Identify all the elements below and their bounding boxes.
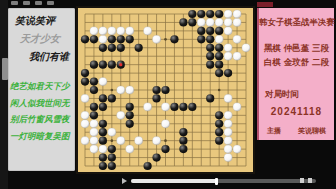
host-row: 主播 笑说聊棋 xyxy=(259,126,334,136)
host-name: 笑说聊棋 xyxy=(298,126,326,136)
broadcast-screen: { "game": "go", "left_panel": { "title1"… xyxy=(0,0,336,189)
poem-line: 闲人似我世间无 xyxy=(10,95,75,112)
window-title-fragment xyxy=(257,2,273,7)
black-label: 黑棋 xyxy=(264,41,281,55)
event-title: 韩女子棋圣战半决赛 xyxy=(259,17,334,28)
white-label: 白棋 xyxy=(264,55,281,69)
poem-line: 绝艺如君天下少 xyxy=(10,78,75,95)
black-player-rank: 三段 xyxy=(312,41,329,55)
game-time-label: 对局时间 xyxy=(265,89,334,101)
channel-subtitle-2: 我们有谁 xyxy=(29,51,75,63)
channel-subtitle-1: 天才少女 xyxy=(20,33,75,45)
game-date: 20241118 xyxy=(259,106,334,117)
poem-line: 别后竹窗风雪夜 xyxy=(10,111,75,128)
toolbar-icon[interactable] xyxy=(11,1,18,5)
poem-line: 一灯明暗复吴图 xyxy=(10,128,75,145)
host-label: 主播 xyxy=(267,126,281,136)
white-player-rank: 二段 xyxy=(312,55,329,69)
white-player-row: 白棋 金玟舒 二段 xyxy=(259,55,334,69)
board-svg xyxy=(78,8,253,172)
black-player-name: 仲邑堇 xyxy=(284,41,310,55)
toolbar-icon[interactable] xyxy=(35,1,42,5)
go-board[interactable] xyxy=(76,6,255,174)
white-player-name: 金玟舒 xyxy=(284,55,310,69)
mini-toolbar xyxy=(11,1,54,6)
video-seekbar-fill xyxy=(131,179,217,183)
poem-block: 绝艺如君天下少 闲人似我世间无 别后竹窗风雪夜 一灯明暗复吴图 xyxy=(8,78,75,144)
black-player-row: 黑棋 仲邑堇 三段 xyxy=(259,41,334,55)
play-icon[interactable] xyxy=(122,178,127,184)
channel-title: 笑说笑评 xyxy=(15,15,75,27)
commentary-panel: 笑说笑评 天才少女 我们有谁 绝艺如君天下少 闲人似我世间无 别后竹窗风雪夜 一… xyxy=(8,8,75,171)
left-edge-strip xyxy=(0,0,8,189)
players-block: 黑棋 仲邑堇 三段 白棋 金玟舒 二段 xyxy=(259,41,334,69)
toolbar-icon[interactable] xyxy=(47,1,54,5)
video-control-icon[interactable] xyxy=(308,178,312,183)
video-control-icon[interactable] xyxy=(300,178,304,183)
game-info-panel: 韩女子棋圣战半决赛 黑棋 仲邑堇 三段 白棋 金玟舒 二段 对局时间 20241… xyxy=(257,8,334,140)
toolbar-icon[interactable] xyxy=(23,1,30,5)
video-seekbar-knob[interactable] xyxy=(215,178,218,185)
